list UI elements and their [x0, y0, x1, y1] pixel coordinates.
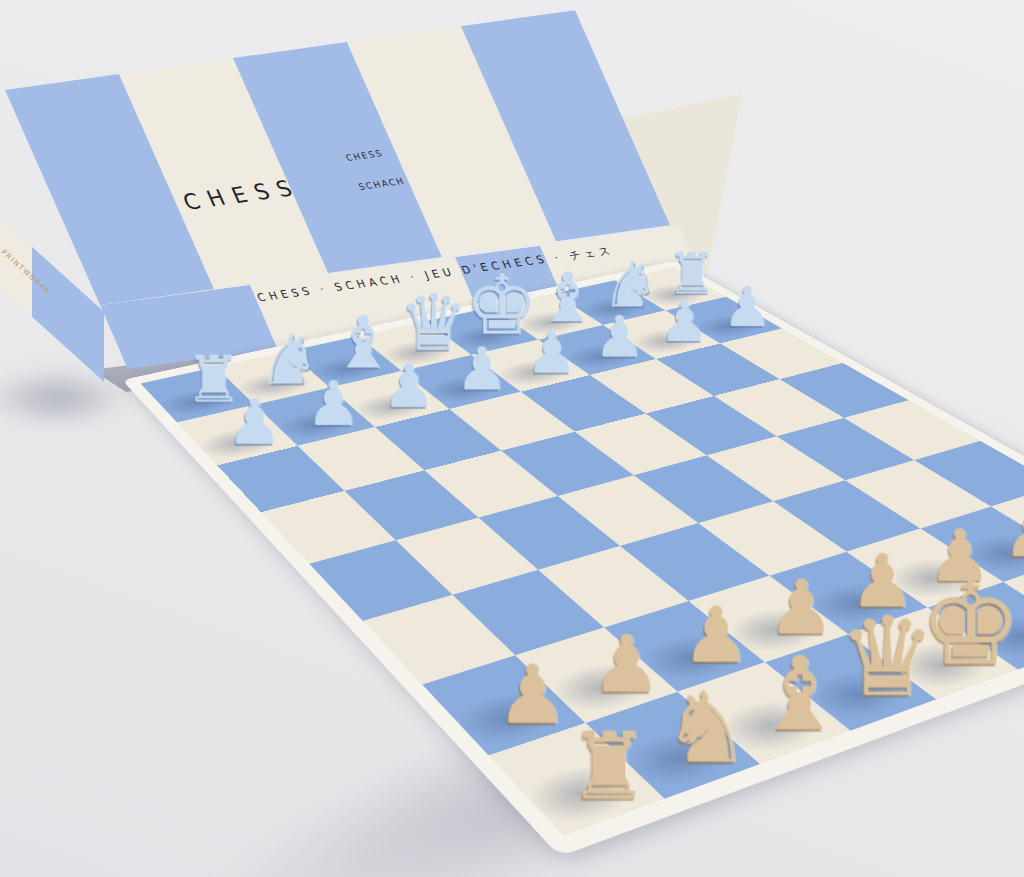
piece-wood-rook[interactable]: ♜ [568, 724, 651, 812]
piece-blue-pawn[interactable]: ♟ [723, 281, 772, 333]
piece-wood-pawn[interactable]: ♟ [682, 599, 751, 672]
piece-wood-pawn[interactable]: ♟ [591, 627, 662, 702]
piece-wood-queen[interactable]: ♛ [838, 606, 936, 710]
piece-wood-pawn[interactable]: ♟ [768, 572, 835, 643]
piece-blue-pawn[interactable]: ♟ [455, 341, 508, 397]
board-grid: ♜♞♝♛♚♝♞♜♟♟♟♟♟♟♟♟♟♟♟♟♟♟♟♟♜♞♝♛♚♝♞♜ [122, 261, 1024, 857]
piece-blue-pawn[interactable]: ♟ [659, 296, 709, 349]
piece-wood-knight[interactable]: ♞ [663, 682, 751, 775]
scene: CHESS CHESS JEU D'ECHECS SCHACH チェス CHES… [0, 0, 1024, 877]
piece-blue-pawn[interactable]: ♟ [526, 326, 578, 381]
piece-blue-pawn[interactable]: ♟ [382, 358, 436, 415]
piece-blue-pawn[interactable]: ♟ [594, 310, 645, 364]
piece-wood-pawn[interactable]: ♟ [496, 657, 569, 734]
chess-board: ♜♞♝♛♚♝♞♜♟♟♟♟♟♟♟♟♟♟♟♟♟♟♟♟♜♞♝♛♚♝♞♜ [122, 261, 1024, 857]
piece-blue-pawn[interactable]: ♟ [306, 375, 361, 433]
piece-wood-bishop[interactable]: ♝ [754, 646, 845, 742]
piece-blue-pawn[interactable]: ♟ [227, 393, 283, 453]
